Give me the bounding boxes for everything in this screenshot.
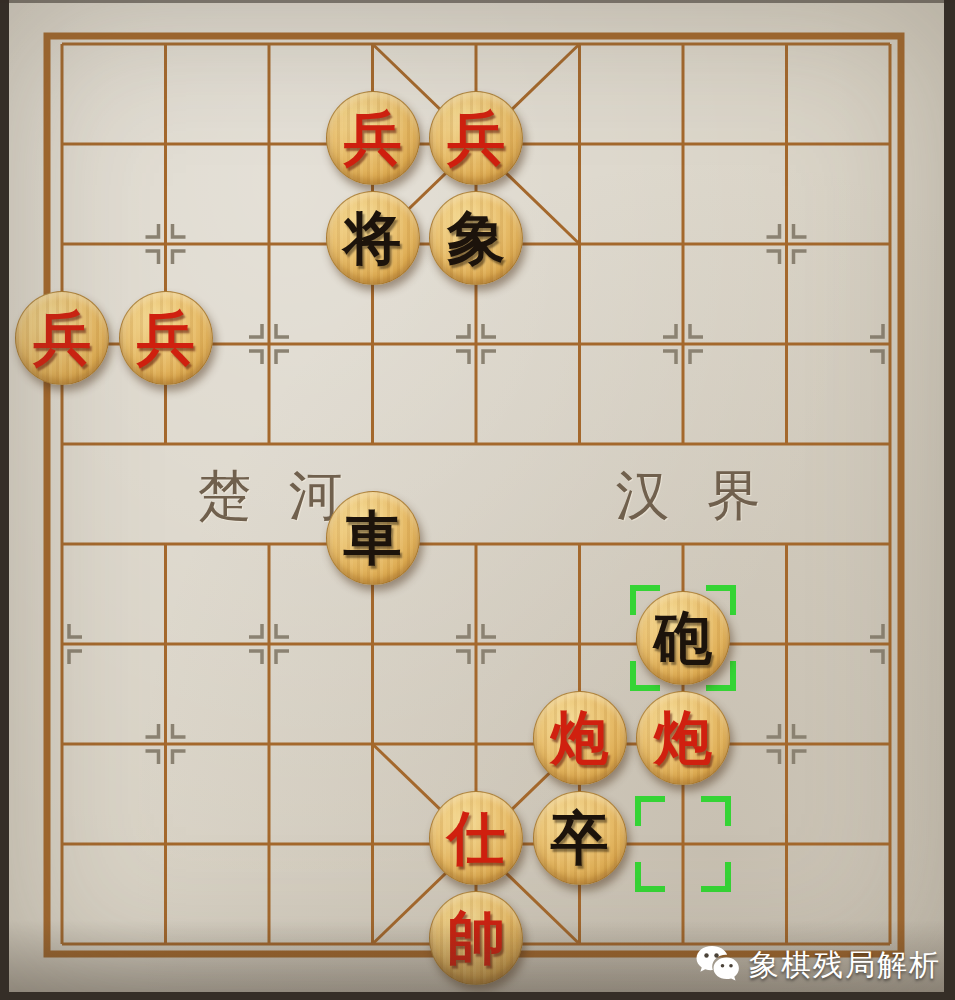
piece-glyph: 砲	[654, 592, 712, 684]
piece-glyph: 炮	[654, 692, 712, 784]
wechat-icon	[695, 944, 741, 986]
piece-red-soldier[interactable]: 兵	[326, 91, 420, 185]
watermark-text: 象棋残局解析	[749, 945, 941, 986]
piece-black-soldier[interactable]: 卒	[533, 791, 627, 885]
piece-glyph: 卒	[551, 792, 609, 884]
piece-red-soldier[interactable]: 兵	[429, 91, 523, 185]
piece-red-advisor[interactable]: 仕	[429, 791, 523, 885]
screen-edge-bottom	[0, 992, 955, 1000]
piece-red-soldier[interactable]: 兵	[15, 291, 109, 385]
piece-glyph: 炮	[551, 692, 609, 784]
piece-red-cannon[interactable]: 炮	[533, 691, 627, 785]
piece-glyph: 兵	[447, 92, 505, 184]
watermark: 象棋残局解析	[695, 944, 941, 986]
piece-red-soldier[interactable]: 兵	[119, 291, 213, 385]
xiangqi-board-screenshot: 楚 河 汉 界 兵兵将象兵兵車砲炮炮仕卒帥 象棋残局解析	[0, 0, 955, 1000]
piece-glyph: 象	[447, 192, 505, 284]
piece-black-general[interactable]: 将	[326, 191, 420, 285]
piece-black-elephant[interactable]: 象	[429, 191, 523, 285]
piece-glyph: 仕	[447, 792, 505, 884]
piece-glyph: 兵	[344, 92, 402, 184]
piece-glyph: 将	[344, 192, 402, 284]
piece-glyph: 兵	[137, 292, 195, 384]
target-point-highlight[interactable]	[635, 796, 731, 892]
piece-glyph: 帥	[447, 892, 505, 984]
piece-black-chariot[interactable]: 車	[326, 491, 420, 585]
piece-glyph: 車	[344, 492, 402, 584]
piece-red-general[interactable]: 帥	[429, 891, 523, 985]
piece-red-cannon[interactable]: 炮	[636, 691, 730, 785]
piece-glyph: 兵	[33, 292, 91, 384]
screen-edge-top	[0, 0, 955, 3]
piece-grid: 兵兵将象兵兵車砲炮炮仕卒帥	[10, 0, 942, 994]
piece-black-cannon[interactable]: 砲	[636, 591, 730, 685]
screen-edge-left	[0, 0, 9, 1000]
screen-edge-right	[944, 0, 955, 1000]
